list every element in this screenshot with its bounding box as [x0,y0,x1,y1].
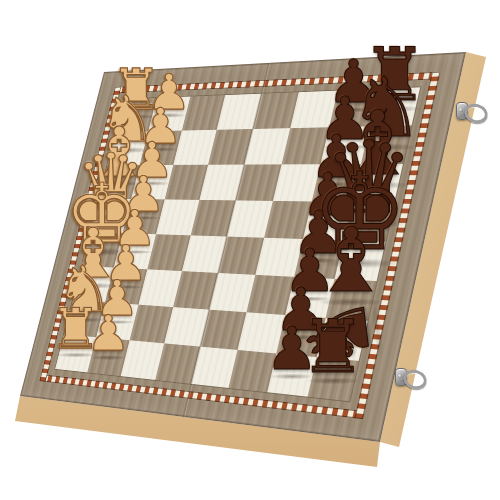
piece-white-pawn-h2[interactable]: ♟ [86,311,130,360]
piece-dark-rook-h8[interactable]: ♜ [300,310,366,383]
metal-clasp-icon [456,98,490,128]
clasp-pin [459,108,463,112]
clasp-pin [398,374,402,378]
metal-clasp-icon [395,364,429,394]
product-photo: ♜♞♝♛♚♝♞♜♟♟♟♟♟♟♟♟♟♟♟♟♟♟♟♟♜♞♝♛♚♝♞♜ [0,0,500,500]
